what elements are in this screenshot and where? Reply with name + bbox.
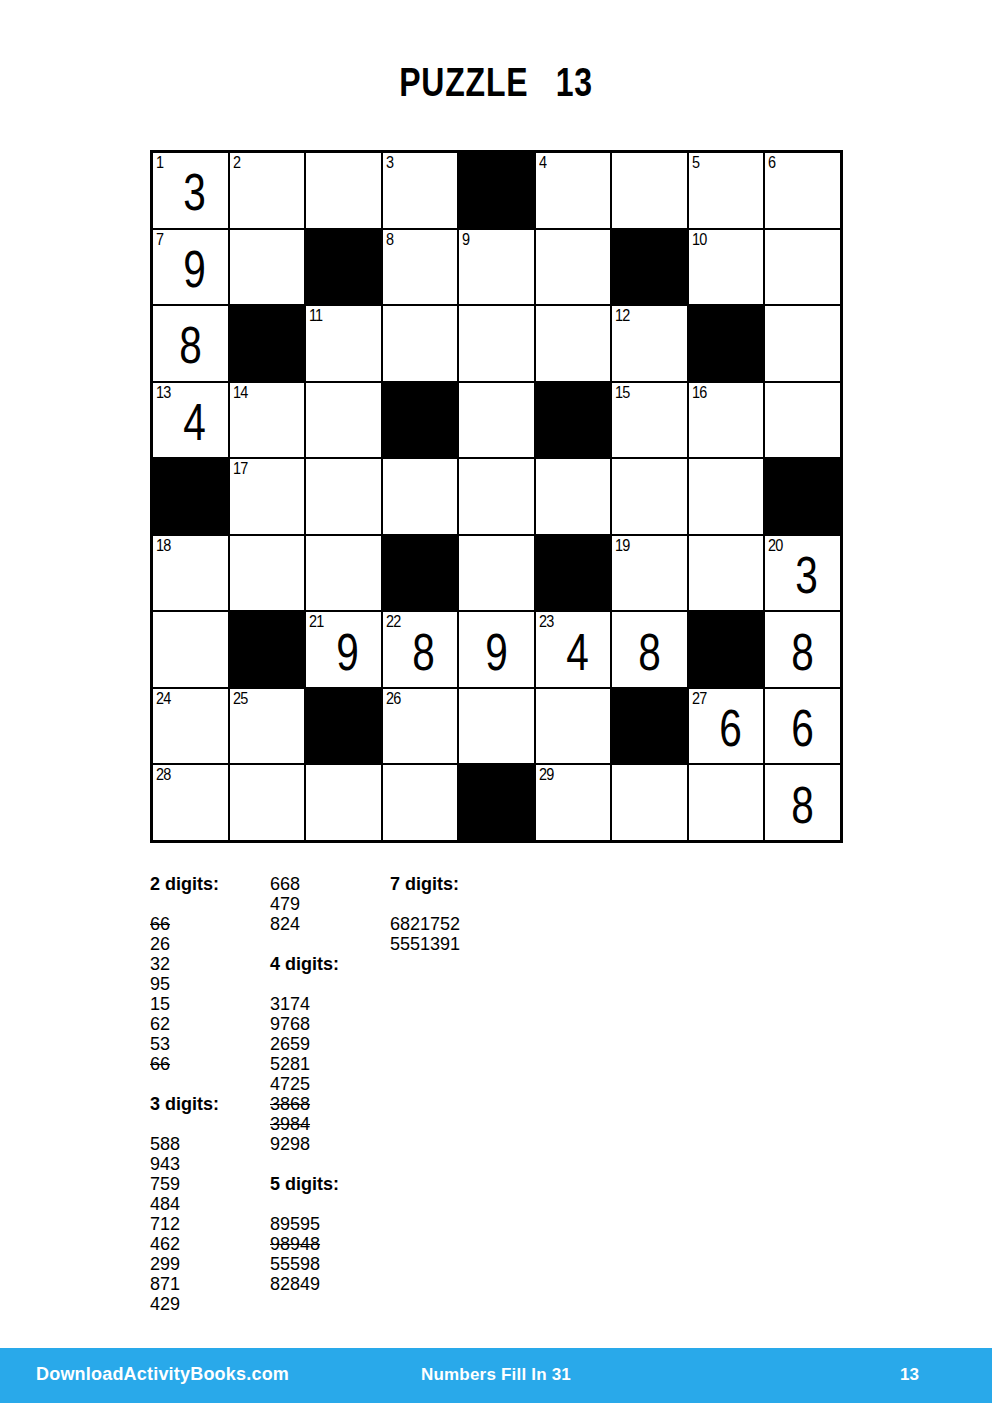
clue-number: 25 [233,689,247,709]
clue-number: 18 [156,536,170,556]
cell-value: 4 [153,383,228,458]
blank-line [270,934,339,954]
number-entry: 95 [150,974,219,994]
clue-number: 24 [156,689,170,709]
black-cell [229,305,306,382]
grid-cell[interactable] [535,688,612,765]
number-entry: 759 [150,1174,219,1194]
grid-cell[interactable]: 6 [764,688,841,765]
blank-line [390,894,460,914]
grid-cell[interactable] [535,458,612,535]
grid-cell[interactable] [305,458,382,535]
puzzle-title: PUZZLE 13 [99,60,893,104]
grid-cell[interactable]: 10 [688,229,765,306]
grid-cell[interactable]: 5 [688,152,765,229]
number-entry: 6821752 [390,914,460,934]
grid-cell[interactable] [458,382,535,459]
grid-cell[interactable]: 16 [688,382,765,459]
cell-value: 9 [153,230,228,305]
grid-cell[interactable]: 134 [152,382,229,459]
grid-cell[interactable] [764,229,841,306]
number-entry: 943 [150,1154,219,1174]
number-entry: 9768 [270,1014,339,1034]
grid-cell[interactable] [688,764,765,841]
grid-cell[interactable]: 203 [764,535,841,612]
grid-cell[interactable] [458,688,535,765]
grid-cell[interactable]: 14 [229,382,306,459]
number-entry: 62 [150,1014,219,1034]
black-cell [764,458,841,535]
grid-cell[interactable] [535,229,612,306]
clue-number: 15 [615,383,629,403]
cell-value: 8 [765,765,840,840]
grid-cell[interactable] [458,305,535,382]
blank-line [270,1194,339,1214]
grid-cell[interactable]: 26 [382,688,459,765]
grid-cell[interactable]: 9 [458,611,535,688]
blank-line [150,894,219,914]
number-entry: 55598 [270,1254,339,1274]
grid-cell[interactable]: 28 [152,764,229,841]
grid-cell[interactable]: 15 [611,382,688,459]
number-entry-crossed: 3868 [270,1094,339,1114]
number-entry: 32 [150,954,219,974]
black-cell [305,229,382,306]
blank-line [150,1074,219,1094]
number-entry-crossed: 66 [150,1054,219,1074]
grid-cell[interactable] [611,764,688,841]
grid-cell[interactable]: 8 [382,229,459,306]
clue-number: 5 [692,153,699,173]
puzzle-grid: 1323456798910811121341415161718192032192… [150,150,843,843]
clue-number: 19 [615,536,629,556]
blank-line [270,974,339,994]
footer-page-number: 13 [900,1365,919,1385]
cell-value: 4 [536,612,611,687]
black-cell [688,305,765,382]
grid-cell[interactable]: 219 [305,611,382,688]
grid-cell[interactable] [382,458,459,535]
number-entry: 2659 [270,1034,339,1054]
digit-group-header: 4 digits: [270,954,339,974]
grid-cell[interactable] [382,305,459,382]
black-cell [535,382,612,459]
grid-cell[interactable]: 17 [229,458,306,535]
clue-number: 4 [539,153,546,173]
number-entry: 53 [150,1034,219,1054]
grid-cell[interactable] [305,152,382,229]
black-cell [305,688,382,765]
grid-cell[interactable]: 3 [382,152,459,229]
grid-cell[interactable]: 79 [152,229,229,306]
number-entry: 299 [150,1254,219,1274]
number-entry-crossed: 98948 [270,1234,339,1254]
grid-cell[interactable] [152,611,229,688]
grid-cell[interactable]: 8 [764,611,841,688]
number-entry: 824 [270,914,339,934]
grid-cell[interactable] [229,764,306,841]
digit-group-header: 2 digits: [150,874,219,894]
clue-number: 3 [386,153,393,173]
grid-cell[interactable]: 228 [382,611,459,688]
grid-cell[interactable] [611,458,688,535]
number-entry: 462 [150,1234,219,1254]
footer-bar: DownloadActivityBooks.com Numbers Fill I… [0,1348,992,1403]
cell-value: 6 [765,689,840,764]
grid-cell[interactable] [229,229,306,306]
grid-cell[interactable] [611,152,688,229]
clue-number: 29 [539,765,553,785]
clue-number: 11 [309,306,322,326]
digit-group-header: 3 digits: [150,1094,219,1114]
grid-cell[interactable]: 234 [535,611,612,688]
black-cell [458,152,535,229]
clue-number: 8 [386,230,393,250]
number-entry: 668 [270,874,339,894]
number-entry: 5281 [270,1054,339,1074]
cell-value: 3 [765,536,840,611]
grid-cell[interactable] [305,382,382,459]
clue-number: 9 [462,230,469,250]
grid-cell[interactable] [458,535,535,612]
blank-line [150,1114,219,1134]
grid-cell[interactable]: 8 [764,764,841,841]
grid-cell[interactable]: 25 [229,688,306,765]
grid-cell[interactable]: 276 [688,688,765,765]
black-cell [611,229,688,306]
clue-number: 6 [768,153,775,173]
clue-number: 17 [233,459,247,479]
grid-cell[interactable] [764,382,841,459]
black-cell [688,611,765,688]
number-entry: 871 [150,1274,219,1294]
cell-value: 9 [459,612,534,687]
grid-cell[interactable] [535,305,612,382]
black-cell [382,535,459,612]
clue-number: 14 [233,383,247,403]
grid-cell[interactable]: 8 [152,305,229,382]
grid-cell[interactable]: 4 [535,152,612,229]
footer-puzzle-name: Numbers Fill In 31 [0,1365,992,1385]
number-entry-crossed: 3984 [270,1114,339,1134]
grid-cell[interactable]: 18 [152,535,229,612]
number-entry: 89595 [270,1214,339,1234]
black-cell [535,535,612,612]
blank-line [270,1154,339,1174]
grid-cell[interactable] [229,535,306,612]
black-cell [229,611,306,688]
number-entry: 82849 [270,1274,339,1294]
black-cell [458,764,535,841]
clue-number: 2 [233,153,240,173]
grid-cell[interactable] [688,535,765,612]
grid-cell[interactable]: 24 [152,688,229,765]
grid-cell[interactable] [305,764,382,841]
cell-value: 6 [689,689,764,764]
grid-cell[interactable] [382,764,459,841]
number-entry: 9298 [270,1134,339,1154]
cell-value: 9 [306,612,381,687]
digit-group-header: 5 digits: [270,1174,339,1194]
number-list-column: 6684798244 digits:3174976826595281472538… [270,874,339,1294]
number-list-column: 7 digits:68217525551391 [390,874,460,954]
grid-cell[interactable]: 19 [611,535,688,612]
grid-cell[interactable] [764,305,841,382]
grid-cell[interactable]: 8 [611,611,688,688]
grid-cell[interactable]: 13 [152,152,229,229]
number-list-column: 2 digits:66263295156253663 digits:588943… [150,874,219,1314]
number-entry: 588 [150,1134,219,1154]
black-cell [382,382,459,459]
number-entry: 15 [150,994,219,1014]
clue-number: 28 [156,765,170,785]
number-entry-crossed: 66 [150,914,219,934]
grid-cell[interactable] [305,535,382,612]
cell-value: 8 [153,306,228,381]
grid-cell[interactable] [458,458,535,535]
number-entry: 5551391 [390,934,460,954]
clue-number: 10 [692,230,706,250]
black-cell [611,688,688,765]
grid-cell[interactable]: 6 [764,152,841,229]
grid-cell[interactable]: 12 [611,305,688,382]
number-entry: 484 [150,1194,219,1214]
number-entry: 3174 [270,994,339,1014]
clue-number: 26 [386,689,400,709]
number-entry: 4725 [270,1074,339,1094]
grid-cell[interactable]: 9 [458,229,535,306]
digit-group-header: 7 digits: [390,874,460,894]
grid-cell[interactable] [688,458,765,535]
number-entry: 712 [150,1214,219,1234]
clue-number: 12 [615,306,629,326]
grid-cell[interactable]: 2 [229,152,306,229]
number-entry: 479 [270,894,339,914]
cell-value: 8 [765,612,840,687]
cell-value: 8 [383,612,458,687]
clue-number: 16 [692,383,706,403]
cell-value: 8 [612,612,687,687]
cell-value: 3 [153,153,228,228]
black-cell [152,458,229,535]
grid-cell[interactable]: 11 [305,305,382,382]
number-entry: 429 [150,1294,219,1314]
number-entry: 26 [150,934,219,954]
grid-cell[interactable]: 29 [535,764,612,841]
